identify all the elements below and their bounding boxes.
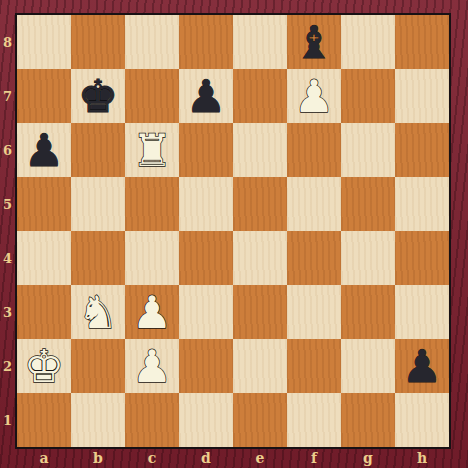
square-g3[interactable] xyxy=(341,285,395,339)
chess-board-window: 87654321 ♝♚♟♟♟♜♞♟♚♟♟ abcdefgh xyxy=(0,0,468,468)
square-g4[interactable] xyxy=(341,231,395,285)
black-pawn-h2[interactable]: ♟ xyxy=(395,339,449,393)
black-pawn-d7[interactable]: ♟ xyxy=(179,69,233,123)
file-labels: abcdefgh xyxy=(17,448,449,468)
square-a7[interactable] xyxy=(17,69,71,123)
square-d8[interactable] xyxy=(179,15,233,69)
white-knight-b3[interactable]: ♞ xyxy=(71,285,125,339)
square-c7[interactable] xyxy=(125,69,179,123)
file-label-g: g xyxy=(341,448,395,468)
square-c3[interactable]: ♟ xyxy=(125,285,179,339)
square-c2[interactable]: ♟ xyxy=(125,339,179,393)
square-g2[interactable] xyxy=(341,339,395,393)
black-bishop-f8[interactable]: ♝ xyxy=(287,15,341,69)
rank-label-1: 1 xyxy=(0,393,15,447)
square-b2[interactable] xyxy=(71,339,125,393)
white-pawn-c3[interactable]: ♟ xyxy=(125,285,179,339)
file-label-a: a xyxy=(17,448,71,468)
square-e5[interactable] xyxy=(233,177,287,231)
square-a8[interactable] xyxy=(17,15,71,69)
square-h6[interactable] xyxy=(395,123,449,177)
file-label-d: d xyxy=(179,448,233,468)
file-label-f: f xyxy=(287,448,341,468)
square-h5[interactable] xyxy=(395,177,449,231)
file-label-b: b xyxy=(71,448,125,468)
file-label-h: h xyxy=(395,448,449,468)
square-b1[interactable] xyxy=(71,393,125,447)
square-e3[interactable] xyxy=(233,285,287,339)
square-a4[interactable] xyxy=(17,231,71,285)
white-pawn-c2[interactable]: ♟ xyxy=(125,339,179,393)
square-b4[interactable] xyxy=(71,231,125,285)
square-h7[interactable] xyxy=(395,69,449,123)
square-g6[interactable] xyxy=(341,123,395,177)
square-e6[interactable] xyxy=(233,123,287,177)
square-h1[interactable] xyxy=(395,393,449,447)
square-d7[interactable]: ♟ xyxy=(179,69,233,123)
square-e8[interactable] xyxy=(233,15,287,69)
square-f1[interactable] xyxy=(287,393,341,447)
square-d4[interactable] xyxy=(179,231,233,285)
square-c5[interactable] xyxy=(125,177,179,231)
square-h2[interactable]: ♟ xyxy=(395,339,449,393)
square-b7[interactable]: ♚ xyxy=(71,69,125,123)
square-a2[interactable]: ♚ xyxy=(17,339,71,393)
square-g5[interactable] xyxy=(341,177,395,231)
square-d1[interactable] xyxy=(179,393,233,447)
rank-label-3: 3 xyxy=(0,285,15,339)
square-f7[interactable]: ♟ xyxy=(287,69,341,123)
square-f5[interactable] xyxy=(287,177,341,231)
file-label-e: e xyxy=(233,448,287,468)
board-frame: ♝♚♟♟♟♜♞♟♚♟♟ xyxy=(15,13,451,449)
white-king-a2[interactable]: ♚ xyxy=(17,339,71,393)
square-f8[interactable]: ♝ xyxy=(287,15,341,69)
square-b3[interactable]: ♞ xyxy=(71,285,125,339)
black-pawn-a6[interactable]: ♟ xyxy=(17,123,71,177)
square-e1[interactable] xyxy=(233,393,287,447)
rank-label-4: 4 xyxy=(0,231,15,285)
square-d3[interactable] xyxy=(179,285,233,339)
square-e4[interactable] xyxy=(233,231,287,285)
rank-label-7: 7 xyxy=(0,69,15,123)
rank-label-8: 8 xyxy=(0,15,15,69)
square-b5[interactable] xyxy=(71,177,125,231)
square-g1[interactable] xyxy=(341,393,395,447)
rank-label-5: 5 xyxy=(0,177,15,231)
square-d6[interactable] xyxy=(179,123,233,177)
square-f6[interactable] xyxy=(287,123,341,177)
square-e2[interactable] xyxy=(233,339,287,393)
square-f4[interactable] xyxy=(287,231,341,285)
square-c4[interactable] xyxy=(125,231,179,285)
square-h3[interactable] xyxy=(395,285,449,339)
white-rook-c6[interactable]: ♜ xyxy=(125,123,179,177)
square-h8[interactable] xyxy=(395,15,449,69)
rank-labels: 87654321 xyxy=(0,15,15,447)
square-a5[interactable] xyxy=(17,177,71,231)
square-d2[interactable] xyxy=(179,339,233,393)
square-c6[interactable]: ♜ xyxy=(125,123,179,177)
square-g7[interactable] xyxy=(341,69,395,123)
square-f2[interactable] xyxy=(287,339,341,393)
file-label-c: c xyxy=(125,448,179,468)
chess-board: ♝♚♟♟♟♜♞♟♚♟♟ xyxy=(17,15,449,447)
black-king-b7[interactable]: ♚ xyxy=(71,69,125,123)
square-c1[interactable] xyxy=(125,393,179,447)
white-pawn-f7[interactable]: ♟ xyxy=(287,69,341,123)
square-e7[interactable] xyxy=(233,69,287,123)
square-c8[interactable] xyxy=(125,15,179,69)
square-f3[interactable] xyxy=(287,285,341,339)
square-h4[interactable] xyxy=(395,231,449,285)
square-g8[interactable] xyxy=(341,15,395,69)
rank-label-6: 6 xyxy=(0,123,15,177)
square-a3[interactable] xyxy=(17,285,71,339)
square-b8[interactable] xyxy=(71,15,125,69)
rank-label-2: 2 xyxy=(0,339,15,393)
square-a6[interactable]: ♟ xyxy=(17,123,71,177)
square-b6[interactable] xyxy=(71,123,125,177)
square-d5[interactable] xyxy=(179,177,233,231)
square-a1[interactable] xyxy=(17,393,71,447)
